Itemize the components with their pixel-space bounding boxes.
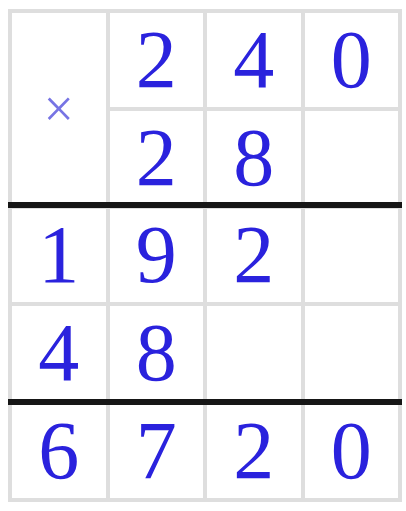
cell-r1c4: 0 bbox=[305, 13, 399, 107]
multiplication-grid: × 2 4 0 2 8 1 9 2 4 8 6 7 2 0 bbox=[8, 9, 402, 502]
cell-r4c1: 4 bbox=[12, 306, 106, 400]
rule-line-under-partial-products bbox=[8, 399, 402, 405]
cell-r5c2: 7 bbox=[110, 404, 204, 498]
cell-r5c1: 6 bbox=[12, 404, 106, 498]
multiplication-sign-cell: × bbox=[12, 13, 106, 205]
cell-r3c4-empty bbox=[305, 209, 399, 303]
cell-r4c3-empty bbox=[207, 306, 301, 400]
cell-r2c2: 2 bbox=[110, 111, 204, 205]
cell-r3c1: 1 bbox=[12, 209, 106, 303]
cell-r5c3: 2 bbox=[207, 404, 301, 498]
multiply-icon: × bbox=[44, 82, 74, 136]
cell-r3c2: 9 bbox=[110, 209, 204, 303]
cell-r1c2: 2 bbox=[110, 13, 204, 107]
rule-line-under-multiplier bbox=[8, 202, 402, 208]
cell-r2c3: 8 bbox=[207, 111, 301, 205]
cell-r3c3: 2 bbox=[207, 209, 301, 303]
cell-r4c4-empty bbox=[305, 306, 399, 400]
cell-r2c4-empty bbox=[305, 111, 399, 205]
cell-r1c3: 4 bbox=[207, 13, 301, 107]
cell-r4c2: 8 bbox=[110, 306, 204, 400]
cell-r5c4: 0 bbox=[305, 404, 399, 498]
